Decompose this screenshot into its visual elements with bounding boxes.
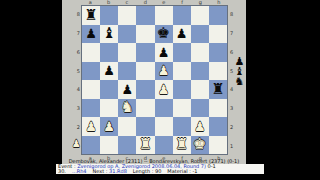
square-d4[interactable]	[136, 80, 154, 99]
square-f2[interactable]	[173, 117, 191, 136]
square-h2[interactable]	[209, 117, 227, 136]
square-a3[interactable]	[82, 99, 100, 118]
square-d7[interactable]	[136, 25, 154, 44]
square-f6[interactable]	[173, 43, 191, 62]
piece-black-king: ♚	[157, 26, 170, 41]
square-d6[interactable]	[136, 43, 154, 62]
square-b1[interactable]	[100, 136, 118, 155]
status-line: 30. ...Rh4 Next : 31.Rd8 Length : 90 Mat…	[56, 169, 264, 174]
square-h7[interactable]	[209, 25, 227, 44]
square-e5[interactable]: ♟	[155, 62, 173, 81]
piece-white-king: ♚	[193, 137, 206, 152]
last-move: ...Rh4	[72, 169, 87, 174]
square-g1[interactable]: ♚	[191, 136, 209, 155]
white-pawn-icon: ♟	[72, 139, 82, 149]
piece-black-pawn: ♟	[121, 83, 133, 96]
square-b7[interactable]: ♝	[100, 25, 118, 44]
square-f1[interactable]: ♜	[173, 136, 191, 155]
rank-label-3: 3	[230, 105, 235, 111]
square-c2[interactable]	[118, 117, 136, 136]
piece-white-pawn: ♟	[158, 64, 170, 77]
square-f3[interactable]	[173, 99, 191, 118]
app-screen: abcdefgh 87654321 87654321 ♜♟♝♚♟♟♟♟♟♟♜♞♟…	[0, 0, 320, 180]
square-b3[interactable]	[100, 99, 118, 118]
captured-material-black: ♟♝♞	[233, 57, 246, 87]
square-e4[interactable]: ♟	[155, 80, 173, 99]
rank-label-6: 6	[75, 49, 80, 55]
square-b2[interactable]: ♟	[100, 117, 118, 136]
rank-label-2: 2	[75, 124, 80, 130]
rank-label-3: 3	[75, 105, 80, 111]
piece-black-bishop: ♝	[102, 26, 115, 41]
square-d8[interactable]	[136, 6, 154, 25]
piece-white-rook: ♜	[175, 137, 188, 152]
square-a5[interactable]	[82, 62, 100, 81]
square-h4[interactable]: ♜	[209, 80, 227, 99]
square-c4[interactable]: ♟	[118, 80, 136, 99]
game-info-strip: Event : Zvenigorod op A, Zvenigorod 2008…	[56, 164, 264, 174]
captured-material-white: ♟	[72, 139, 82, 149]
square-f4[interactable]	[173, 80, 191, 99]
rank-labels-left: 87654321	[75, 5, 80, 155]
square-h8[interactable]	[209, 6, 227, 25]
square-h3[interactable]	[209, 99, 227, 118]
square-g8[interactable]	[191, 6, 209, 25]
square-a2[interactable]: ♟	[82, 117, 100, 136]
square-d5[interactable]	[136, 62, 154, 81]
piece-white-rook: ♜	[139, 137, 152, 152]
square-g2[interactable]: ♟	[191, 117, 209, 136]
square-a7[interactable]: ♟	[82, 25, 100, 44]
piece-white-pawn: ♟	[158, 83, 170, 96]
square-g6[interactable]	[191, 43, 209, 62]
square-g5[interactable]	[191, 62, 209, 81]
square-b4[interactable]	[100, 80, 118, 99]
rank-label-7: 7	[75, 30, 80, 36]
piece-white-pawn: ♟	[103, 120, 115, 133]
square-h6[interactable]	[209, 43, 227, 62]
square-h1[interactable]	[209, 136, 227, 155]
piece-black-rook: ♜	[84, 8, 97, 23]
material-field: Material : -1	[167, 169, 197, 174]
length-field: Length : 90	[133, 169, 162, 174]
square-c6[interactable]	[118, 43, 136, 62]
piece-black-pawn: ♟	[85, 27, 97, 40]
rank-label-5: 5	[75, 68, 80, 74]
square-a4[interactable]	[82, 80, 100, 99]
square-c7[interactable]	[118, 25, 136, 44]
next-move-label: Next : 31.Rd8	[93, 169, 127, 174]
square-f7[interactable]: ♟	[173, 25, 191, 44]
piece-black-pawn: ♟	[158, 46, 170, 59]
square-g7[interactable]	[191, 25, 209, 44]
square-c1[interactable]	[118, 136, 136, 155]
square-e7[interactable]: ♚	[155, 25, 173, 44]
square-b8[interactable]	[100, 6, 118, 25]
square-c3[interactable]: ♞	[118, 99, 136, 118]
square-d1[interactable]: ♜	[136, 136, 154, 155]
rank-label-8: 8	[75, 11, 80, 17]
piece-black-rook: ♜	[211, 82, 224, 97]
square-g4[interactable]	[191, 80, 209, 99]
black-knight-icon: ♞	[235, 77, 245, 87]
rank-label-6: 6	[230, 49, 235, 55]
move-number: 30.	[58, 169, 66, 174]
square-g3[interactable]	[191, 99, 209, 118]
square-f8[interactable]	[173, 6, 191, 25]
chess-board[interactable]: ♜♟♝♚♟♟♟♟♟♟♜♞♟♟♟♜♜♚	[81, 5, 228, 155]
piece-white-pawn: ♟	[85, 120, 97, 133]
piece-black-pawn: ♟	[176, 27, 188, 40]
piece-white-pawn: ♟	[194, 120, 206, 133]
square-a8[interactable]: ♜	[82, 6, 100, 25]
square-e6[interactable]: ♟	[155, 43, 173, 62]
square-h5[interactable]	[209, 62, 227, 81]
square-e1[interactable]	[155, 136, 173, 155]
event-result: 0-1	[206, 164, 216, 169]
square-e3[interactable]	[155, 99, 173, 118]
square-b5[interactable]: ♟	[100, 62, 118, 81]
square-a6[interactable]	[82, 43, 100, 62]
piece-white-knight: ♞	[121, 100, 134, 115]
piece-black-pawn: ♟	[103, 64, 115, 77]
square-a1[interactable]	[82, 136, 100, 155]
square-e2[interactable]	[155, 117, 173, 136]
square-f5[interactable]	[173, 62, 191, 81]
rank-label-8: 8	[230, 11, 235, 17]
square-c8[interactable]	[118, 6, 136, 25]
square-e8[interactable]	[155, 6, 173, 25]
square-c5[interactable]	[118, 62, 136, 81]
rank-label-7: 7	[230, 30, 235, 36]
rank-label-2: 2	[230, 124, 235, 130]
rank-label-1: 1	[230, 143, 235, 149]
rank-label-4: 4	[75, 86, 80, 92]
square-d3[interactable]	[136, 99, 154, 118]
square-d2[interactable]	[136, 117, 154, 136]
square-b6[interactable]	[100, 43, 118, 62]
